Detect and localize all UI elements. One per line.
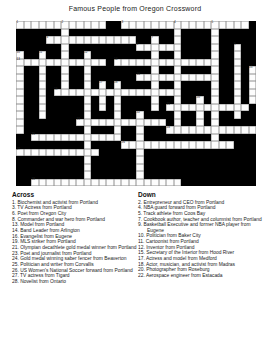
- cell-r2c18[interactable]: 7: [151, 36, 159, 44]
- cell-r7c16[interactable]: 16: [136, 74, 144, 82]
- cell-r18c16[interactable]: [136, 156, 144, 164]
- cell-r5c18[interactable]: [151, 59, 159, 67]
- cell-r15c7[interactable]: [69, 134, 77, 142]
- cell-r9c20[interactable]: [166, 89, 174, 97]
- cell-r19c9[interactable]: [84, 164, 92, 172]
- cell-r3c21[interactable]: [174, 44, 182, 52]
- cell-r2c26[interactable]: [211, 36, 219, 44]
- cell-r21c9[interactable]: [84, 179, 92, 187]
- cell-r15c19: [159, 134, 167, 142]
- cell-r0c11[interactable]: [99, 21, 107, 29]
- cell-r3c31: [249, 44, 257, 52]
- cell-r9c7[interactable]: [69, 89, 77, 97]
- cell-r0c2[interactable]: [31, 21, 39, 29]
- cell-r8c21[interactable]: [174, 81, 182, 89]
- cell-r5c20[interactable]: [166, 59, 174, 67]
- cell-r11c27[interactable]: [219, 104, 227, 112]
- cell-r0c20[interactable]: [166, 21, 174, 29]
- cell-r0c26[interactable]: 5: [211, 21, 219, 29]
- cell-r7c17[interactable]: [144, 74, 152, 82]
- cell-r13c13[interactable]: [114, 119, 122, 127]
- cell-r16c22[interactable]: [181, 141, 189, 149]
- cell-r13c18[interactable]: [151, 119, 159, 127]
- cell-r13c15[interactable]: [129, 119, 137, 127]
- cell-r11c29[interactable]: [234, 104, 242, 112]
- cell-r9c18[interactable]: [151, 89, 159, 97]
- cell-r10c29[interactable]: [234, 96, 242, 104]
- cell-r4c26[interactable]: [211, 51, 219, 59]
- cell-r17c7[interactable]: [69, 149, 77, 157]
- cell-r10c21[interactable]: [174, 96, 182, 104]
- cell-r3c19[interactable]: [159, 44, 167, 52]
- cell-r5c26[interactable]: [211, 59, 219, 67]
- cell-r0c24[interactable]: [196, 21, 204, 29]
- cell-r2c6[interactable]: [61, 36, 69, 44]
- cell-r17c16[interactable]: [136, 149, 144, 157]
- cell-r9c5[interactable]: 19: [54, 89, 62, 97]
- cell-r7c19[interactable]: [159, 74, 167, 82]
- cell-r20c16[interactable]: [136, 171, 144, 179]
- cell-r5c8[interactable]: [76, 59, 84, 67]
- cell-r17c0[interactable]: 27: [16, 149, 24, 157]
- cell-r3c16[interactable]: 8: [136, 44, 144, 52]
- cell-r5c0[interactable]: 13: [16, 59, 24, 67]
- cell-r0c30[interactable]: [241, 21, 249, 29]
- cell-r6c18[interactable]: [151, 66, 159, 74]
- cell-r10c9[interactable]: [84, 96, 92, 104]
- cell-r8c13[interactable]: 18: [114, 81, 122, 89]
- cell-r9c6[interactable]: [61, 89, 69, 97]
- cell-r9c9[interactable]: [84, 89, 92, 97]
- cell-r12c21[interactable]: [174, 111, 182, 119]
- cell-r15c12[interactable]: [106, 134, 114, 142]
- cell-r10c24[interactable]: 20: [196, 96, 204, 104]
- cell-r11c9[interactable]: [84, 104, 92, 112]
- cell-r9c19[interactable]: [159, 89, 167, 97]
- cell-r2c10[interactable]: [91, 36, 99, 44]
- cell-r2c13[interactable]: [114, 36, 122, 44]
- cell-r5c7[interactable]: [69, 59, 77, 67]
- cell-r3c17[interactable]: [144, 44, 152, 52]
- cell-r9c17[interactable]: [144, 89, 152, 97]
- cell-r11c13[interactable]: [114, 104, 122, 112]
- cell-r14c13[interactable]: [114, 126, 122, 134]
- cell-r5c5[interactable]: [54, 59, 62, 67]
- cell-r16c27[interactable]: [219, 141, 227, 149]
- cell-r17c1[interactable]: [24, 149, 32, 157]
- cell-r0c3[interactable]: [39, 21, 47, 29]
- cell-r9c13[interactable]: [114, 89, 122, 97]
- cell-r16c25[interactable]: [204, 141, 212, 149]
- cell-r6c0[interactable]: [16, 66, 24, 74]
- cell-r21c11[interactable]: [99, 179, 107, 187]
- cell-r6c9[interactable]: [84, 66, 92, 74]
- cell-r10c23: [189, 96, 197, 104]
- cell-r16c20[interactable]: [166, 141, 174, 149]
- cell-r15c4[interactable]: [46, 134, 54, 142]
- cell-r15c8[interactable]: [76, 134, 84, 142]
- down-clue-17: 17. Actress and model from Medford: [138, 256, 263, 261]
- cell-r20c9[interactable]: [84, 171, 92, 179]
- cell-r9c29[interactable]: [234, 89, 242, 97]
- cell-r0c8[interactable]: [76, 21, 84, 29]
- cell-r6c15: [129, 66, 137, 74]
- cell-r7c23[interactable]: [189, 74, 197, 82]
- cell-r3c1: [24, 44, 32, 52]
- cell-r5c17[interactable]: [144, 59, 152, 67]
- cell-r13c21[interactable]: [174, 119, 182, 127]
- cell-r12c24[interactable]: [196, 111, 204, 119]
- cell-r14c9[interactable]: [84, 126, 92, 134]
- cell-r9c12[interactable]: [106, 89, 114, 97]
- cell-r0c16[interactable]: [136, 21, 144, 29]
- cell-r10c26[interactable]: [211, 96, 219, 104]
- cell-r16c26[interactable]: [211, 141, 219, 149]
- cell-r7c31[interactable]: [249, 74, 257, 82]
- cell-r7c9[interactable]: [84, 74, 92, 82]
- cell-r0c22[interactable]: [181, 21, 189, 29]
- cell-r3c18[interactable]: [151, 44, 159, 52]
- cell-r7c25[interactable]: [204, 74, 212, 82]
- cell-r21c21[interactable]: [174, 179, 182, 187]
- cell-r19c16[interactable]: [136, 164, 144, 172]
- cell-r9c0[interactable]: [16, 89, 24, 97]
- cell-r5c14[interactable]: [121, 59, 129, 67]
- cell-r15c16[interactable]: [136, 134, 144, 142]
- cell-r0c29[interactable]: [234, 21, 242, 29]
- cell-r11c18[interactable]: [151, 104, 159, 112]
- cell-r12c26[interactable]: [211, 111, 219, 119]
- cell-r21c7[interactable]: [69, 179, 77, 187]
- cell-r5c4[interactable]: [46, 59, 54, 67]
- cell-r5c23[interactable]: [189, 59, 197, 67]
- cell-r0c21[interactable]: 4: [174, 21, 182, 29]
- cell-r5c21[interactable]: [174, 59, 182, 67]
- cell-r10c0[interactable]: [16, 96, 24, 104]
- cell-r15c11[interactable]: [99, 134, 107, 142]
- cell-r13c11[interactable]: [99, 119, 107, 127]
- cell-r13c16[interactable]: [136, 119, 144, 127]
- cell-r17c4[interactable]: [46, 149, 54, 157]
- cell-r14c26[interactable]: [211, 126, 219, 134]
- cell-r14c24[interactable]: [196, 126, 204, 134]
- cell-r13c8[interactable]: 23: [76, 119, 84, 127]
- cell-r12c29[interactable]: [234, 111, 242, 119]
- cell-r8c29[interactable]: [234, 81, 242, 89]
- cell-r9c11[interactable]: [99, 89, 107, 97]
- cell-r14c30[interactable]: [241, 126, 249, 134]
- cell-r16c9[interactable]: [84, 141, 92, 149]
- cell-r9c16[interactable]: [136, 89, 144, 97]
- cell-r4c21[interactable]: [174, 51, 182, 59]
- cell-r0c23[interactable]: [189, 21, 197, 29]
- cell-r11c24[interactable]: [196, 104, 204, 112]
- cell-r5c13[interactable]: 14: [114, 59, 122, 67]
- cell-r11c3[interactable]: [39, 104, 47, 112]
- cell-r2c14[interactable]: [121, 36, 129, 44]
- cell-r6c21[interactable]: [174, 66, 182, 74]
- cell-r3c29[interactable]: 9: [234, 44, 242, 52]
- cell-r8c31[interactable]: [249, 81, 257, 89]
- cell-r2c15[interactable]: [129, 36, 137, 44]
- cell-r11c20[interactable]: 21: [166, 104, 174, 112]
- cell-r0c19[interactable]: [159, 21, 167, 29]
- cell-r8c9[interactable]: [84, 81, 92, 89]
- cell-r21c16[interactable]: [136, 179, 144, 187]
- cell-r13c9[interactable]: [84, 119, 92, 127]
- cell-r21c5[interactable]: [54, 179, 62, 187]
- cell-r21c4[interactable]: [46, 179, 54, 187]
- cell-r21c10[interactable]: [91, 179, 99, 187]
- cell-r21c8[interactable]: [76, 179, 84, 187]
- cell-r5c9[interactable]: [84, 59, 92, 67]
- cell-r7c29[interactable]: [234, 74, 242, 82]
- cell-r5c25[interactable]: [204, 59, 212, 67]
- cell-r9c26[interactable]: [211, 89, 219, 97]
- cell-r1c26[interactable]: [211, 29, 219, 37]
- cell-r9c3[interactable]: [39, 89, 47, 97]
- cell-r0c6[interactable]: 2: [61, 21, 69, 29]
- cell-r0c9[interactable]: [84, 21, 92, 29]
- cell-r0c18[interactable]: [151, 21, 159, 29]
- cell-r6c3[interactable]: [39, 66, 47, 74]
- cell-r2c12[interactable]: [106, 36, 114, 44]
- cell-r4c3[interactable]: 11: [39, 51, 47, 59]
- cell-r12c16[interactable]: 22: [136, 111, 144, 119]
- cell-r16c14[interactable]: 26: [121, 141, 129, 149]
- cell-r0c1[interactable]: [24, 21, 32, 29]
- cell-r8c6[interactable]: [61, 81, 69, 89]
- cell-r12c0[interactable]: [16, 111, 24, 119]
- cell-r17c5[interactable]: [54, 149, 62, 157]
- cell-r4c6[interactable]: [61, 51, 69, 59]
- cell-r13c19[interactable]: [159, 119, 167, 127]
- cell-r4c18[interactable]: [151, 51, 159, 59]
- cell-r18c17: [144, 156, 152, 164]
- cell-r0c0[interactable]: 1: [16, 21, 24, 29]
- cell-r14c16[interactable]: [136, 126, 144, 134]
- cell-r14c0[interactable]: [16, 126, 24, 134]
- cell-r7c3[interactable]: [39, 74, 47, 82]
- cell-r21c15[interactable]: [129, 179, 137, 187]
- cell-r19c12: [106, 164, 114, 172]
- cell-r17c10[interactable]: [91, 149, 99, 157]
- cell-r17c2[interactable]: [31, 149, 39, 157]
- cell-r5c16[interactable]: [136, 59, 144, 67]
- cell-r4c9[interactable]: 12: [84, 51, 92, 59]
- cell-r16c16[interactable]: [136, 141, 144, 149]
- cell-r4c29[interactable]: [234, 51, 242, 59]
- cell-r14c22[interactable]: [181, 126, 189, 134]
- cell-r9c21[interactable]: [174, 89, 182, 97]
- cell-r3c20[interactable]: [166, 44, 174, 52]
- cell-r21c12[interactable]: [106, 179, 114, 187]
- cell-r16c28[interactable]: [226, 141, 234, 149]
- cell-r0c7[interactable]: [69, 21, 77, 29]
- cell-r21c17[interactable]: [144, 179, 152, 187]
- cell-r0c15[interactable]: [129, 21, 137, 29]
- cell-r9c31[interactable]: [249, 89, 257, 97]
- cell-r21c18[interactable]: [151, 179, 159, 187]
- cell-r16c24[interactable]: [196, 141, 204, 149]
- cell-r5c15[interactable]: [129, 59, 137, 67]
- cell-r11c23[interactable]: [189, 104, 197, 112]
- cell-r7c22[interactable]: [181, 74, 189, 82]
- cell-r16c21[interactable]: [174, 141, 182, 149]
- cell-r13c24[interactable]: [196, 119, 204, 127]
- cell-r5c24[interactable]: [196, 59, 204, 67]
- cell-r2c8[interactable]: [76, 36, 84, 44]
- cell-r7c20[interactable]: [166, 74, 174, 82]
- cell-r1c21[interactable]: [174, 29, 182, 37]
- cell-r13c10[interactable]: [91, 119, 99, 127]
- cell-r7c21[interactable]: [174, 74, 182, 82]
- cell-r7c24[interactable]: [196, 74, 204, 82]
- cell-r21c3[interactable]: [39, 179, 47, 187]
- cell-r8c11[interactable]: 17: [99, 81, 107, 89]
- cell-r11c30[interactable]: [241, 104, 249, 112]
- cell-r14c23[interactable]: [189, 126, 197, 134]
- cell-r21c2[interactable]: 28: [31, 179, 39, 187]
- cell-r14c25[interactable]: [204, 126, 212, 134]
- cell-r20c18: [151, 171, 159, 179]
- cell-r17c6[interactable]: [61, 149, 69, 157]
- cell-r2c11[interactable]: [99, 36, 107, 44]
- cell-r9c15[interactable]: [129, 89, 137, 97]
- cell-r8c0[interactable]: [16, 81, 24, 89]
- cell-r7c0[interactable]: [16, 74, 24, 82]
- cell-r5c2[interactable]: [31, 59, 39, 67]
- cell-r0c4[interactable]: [46, 21, 54, 29]
- cell-r5c3[interactable]: [39, 59, 47, 67]
- cell-r15c26[interactable]: [211, 134, 219, 142]
- cell-r16c23[interactable]: [189, 141, 197, 149]
- cell-r16c17[interactable]: [144, 141, 152, 149]
- cell-r15c28: [226, 134, 234, 142]
- cell-r10c18[interactable]: [151, 96, 159, 104]
- cell-r0c10[interactable]: [91, 21, 99, 29]
- cell-r8c18[interactable]: [151, 81, 159, 89]
- cell-r15c2[interactable]: 25: [31, 134, 39, 142]
- cell-r18c9[interactable]: [84, 156, 92, 164]
- cell-r16c18[interactable]: [151, 141, 159, 149]
- cell-r0c27[interactable]: [219, 21, 227, 29]
- cell-r2c9[interactable]: [84, 36, 92, 44]
- cell-r2c1: [24, 36, 32, 44]
- cell-r21c19[interactable]: [159, 179, 167, 187]
- cell-r13c0[interactable]: [16, 119, 24, 127]
- cell-r2c7[interactable]: [69, 36, 77, 44]
- cell-r0c14[interactable]: 3: [121, 21, 129, 29]
- cell-r21c13[interactable]: [114, 179, 122, 187]
- cell-r17c3[interactable]: [39, 149, 47, 157]
- cell-r11c28[interactable]: [226, 104, 234, 112]
- cell-r9c14[interactable]: [121, 89, 129, 97]
- cell-r3c6[interactable]: [61, 44, 69, 52]
- cell-r11c22[interactable]: [181, 104, 189, 112]
- cell-r10c3[interactable]: [39, 96, 47, 104]
- cell-r12c13[interactable]: [114, 111, 122, 119]
- clue-number: 26: [122, 141, 125, 144]
- cell-r10c11[interactable]: [99, 96, 107, 104]
- cell-r17c9[interactable]: [84, 149, 92, 157]
- cell-r14c29[interactable]: [234, 126, 242, 134]
- cell-r2c5[interactable]: [54, 36, 62, 44]
- cell-r12c9[interactable]: [84, 111, 92, 119]
- cell-r14c31[interactable]: [249, 126, 257, 134]
- cell-r5c1[interactable]: [24, 59, 32, 67]
- cell-r7c18[interactable]: [151, 74, 159, 82]
- cell-r3c26[interactable]: [211, 44, 219, 52]
- cell-r5c10[interactable]: [91, 59, 99, 67]
- cell-r6c31[interactable]: 15: [249, 66, 257, 74]
- cell-r15c10[interactable]: [91, 134, 99, 142]
- cell-r13c26[interactable]: [211, 119, 219, 127]
- cell-r5c6[interactable]: [61, 59, 69, 67]
- cell-r0c17[interactable]: [144, 21, 152, 29]
- cell-r21c20[interactable]: [166, 179, 174, 187]
- cell-r21c6[interactable]: [61, 179, 69, 187]
- cell-r11c0[interactable]: [16, 104, 24, 112]
- cell-r10c13[interactable]: [114, 96, 122, 104]
- cell-r0c25[interactable]: [204, 21, 212, 29]
- cell-r15c3[interactable]: [39, 134, 47, 142]
- cell-r8c3[interactable]: [39, 81, 47, 89]
- cell-r11c25[interactable]: [204, 104, 212, 112]
- cell-r7c26[interactable]: [211, 74, 219, 82]
- cell-r2c4[interactable]: 6: [46, 36, 54, 44]
- cell-r11c26[interactable]: [211, 104, 219, 112]
- cell-r15c13[interactable]: [114, 134, 122, 142]
- across-clue-6: 6. Poet from Oregon City: [12, 211, 137, 216]
- cell-r5c19[interactable]: [159, 59, 167, 67]
- cell-r13c14[interactable]: [121, 119, 129, 127]
- cell-r9c10[interactable]: [91, 89, 99, 97]
- cell-r15c9[interactable]: [84, 134, 92, 142]
- cell-r16c19[interactable]: [159, 141, 167, 149]
- cell-r14c27[interactable]: [219, 126, 227, 134]
- cell-r12c3[interactable]: [39, 111, 47, 119]
- cell-r13c17[interactable]: [144, 119, 152, 127]
- cell-r6c26[interactable]: [211, 66, 219, 74]
- cell-r11c21[interactable]: [174, 104, 182, 112]
- cell-r6c6[interactable]: [61, 66, 69, 74]
- cell-r14c21[interactable]: [174, 126, 182, 134]
- cell-r15c5[interactable]: [54, 134, 62, 142]
- cell-r5c11[interactable]: [99, 59, 107, 67]
- cell-r0c28[interactable]: [226, 21, 234, 29]
- cell-r1c6[interactable]: [61, 29, 69, 37]
- cell-r14c20[interactable]: 24: [166, 126, 174, 134]
- cell-r9c8[interactable]: [76, 89, 84, 97]
- cell-r5c29[interactable]: [234, 59, 242, 67]
- cell-r16c15[interactable]: [129, 141, 137, 149]
- cell-r13c12[interactable]: [106, 119, 114, 127]
- cell-r21c14[interactable]: [121, 179, 129, 187]
- cell-r2c21[interactable]: [174, 36, 182, 44]
- cell-r15c6[interactable]: [61, 134, 69, 142]
- cell-r17c8[interactable]: [76, 149, 84, 157]
- cell-r10c31[interactable]: [249, 96, 257, 104]
- cell-r8c26[interactable]: [211, 81, 219, 89]
- cell-r0c5[interactable]: [54, 21, 62, 29]
- cell-r20c24: [196, 171, 204, 179]
- cell-r11c11[interactable]: [99, 104, 107, 112]
- cell-r7c6[interactable]: [61, 74, 69, 82]
- cell-r14c28[interactable]: [226, 126, 234, 134]
- cell-r5c22[interactable]: [181, 59, 189, 67]
- cell-r6c29[interactable]: [234, 66, 242, 74]
